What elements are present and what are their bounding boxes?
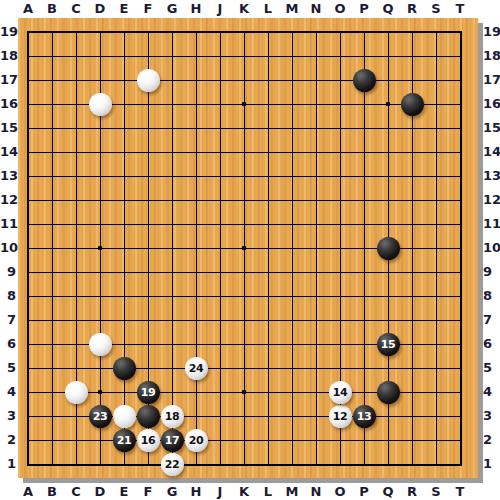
intersection-P17[interactable] [352, 68, 376, 92]
row-label-right-5: 5 [483, 356, 500, 380]
move-number-18: 18 [165, 410, 179, 421]
stone-white-O4[interactable]: 14 [329, 381, 352, 404]
col-label-bottom-S: S [424, 483, 448, 500]
move-number-22: 22 [165, 458, 179, 469]
move-number-24: 24 [189, 362, 203, 373]
stone-black-Q6[interactable]: 15 [377, 333, 400, 356]
row-label-right-1: 1 [483, 452, 500, 476]
col-label-top-G: G [160, 0, 184, 17]
stone-white-H2[interactable]: 20 [185, 429, 208, 452]
row-label-left-11: 11 [0, 212, 16, 236]
move-number-17: 17 [165, 434, 179, 445]
stone-white-D16[interactable] [89, 93, 112, 116]
row-label-right-8: 8 [483, 284, 500, 308]
go-diagram-screen: ABCDEFGHJKLMNOPQRST ABCDEFGHJKLMNOPQRST … [0, 0, 500, 500]
col-label-bottom-R: R [400, 483, 424, 500]
move-number-14: 14 [333, 386, 347, 397]
intersection-P3[interactable]: 13 [352, 404, 376, 428]
col-label-top-L: L [256, 0, 280, 17]
stone-black-F3[interactable] [137, 405, 160, 428]
col-label-top-F: F [136, 0, 160, 17]
intersection-Q10[interactable] [376, 236, 400, 260]
col-label-top-N: N [304, 0, 328, 17]
move-number-20: 20 [189, 434, 203, 445]
star-point-dot [242, 102, 246, 106]
row-label-left-3: 3 [0, 404, 16, 428]
stone-black-P3[interactable]: 13 [353, 405, 376, 428]
row-label-right-13: 13 [483, 164, 500, 188]
col-label-bottom-B: B [40, 483, 64, 500]
intersection-G3[interactable]: 18 [160, 404, 184, 428]
row-label-left-1: 1 [0, 452, 16, 476]
col-label-top-P: P [352, 0, 376, 17]
stone-black-Q10[interactable] [377, 237, 400, 260]
intersection-D6[interactable] [88, 332, 112, 356]
col-label-top-O: O [328, 0, 352, 17]
row-label-left-12: 12 [0, 188, 16, 212]
row-label-right-10: 10 [483, 236, 500, 260]
row-label-left-4: 4 [0, 380, 16, 404]
intersection-R16[interactable] [400, 92, 424, 116]
row-label-right-7: 7 [483, 308, 500, 332]
star-point-K10 [232, 236, 256, 260]
intersection-D3[interactable]: 23 [88, 404, 112, 428]
col-label-top-K: K [232, 0, 256, 17]
row-label-right-14: 14 [483, 140, 500, 164]
row-label-left-10: 10 [0, 236, 16, 260]
move-number-12: 12 [333, 410, 347, 421]
col-label-top-C: C [64, 0, 88, 17]
coordinate-labels-right: 19181716151413121110987654321 [483, 20, 500, 476]
board-grid[interactable]: 12131415161718192021222324 [16, 20, 472, 476]
row-label-left-8: 8 [0, 284, 16, 308]
row-label-left-5: 5 [0, 356, 16, 380]
intersection-Q6[interactable]: 15 [376, 332, 400, 356]
intersection-F17[interactable] [136, 68, 160, 92]
star-point-dot [98, 390, 102, 394]
col-label-bottom-J: J [208, 483, 232, 500]
move-number-13: 13 [357, 410, 371, 421]
intersection-E5[interactable] [112, 356, 136, 380]
star-point-Q16 [376, 92, 400, 116]
col-label-bottom-G: G [160, 483, 184, 500]
col-label-bottom-F: F [136, 483, 160, 500]
row-label-left-9: 9 [0, 260, 16, 284]
intersection-F2[interactable]: 16 [136, 428, 160, 452]
col-label-top-A: A [16, 0, 40, 17]
stone-white-H5[interactable]: 24 [185, 357, 208, 380]
row-label-left-19: 19 [0, 20, 16, 44]
col-label-bottom-Q: Q [376, 483, 400, 500]
intersection-G2[interactable]: 17 [160, 428, 184, 452]
coordinate-labels-left: 19181716151413121110987654321 [0, 20, 16, 476]
star-point-dot [242, 390, 246, 394]
go-board[interactable]: 12131415161718192021222324 [18, 18, 478, 478]
stone-black-E2[interactable]: 21 [113, 429, 136, 452]
row-label-right-17: 17 [483, 68, 500, 92]
col-label-top-Q: Q [376, 0, 400, 17]
col-label-bottom-L: L [256, 483, 280, 500]
row-label-right-6: 6 [483, 332, 500, 356]
col-label-bottom-P: P [352, 483, 376, 500]
row-label-right-2: 2 [483, 428, 500, 452]
coordinate-labels-bottom: ABCDEFGHJKLMNOPQRST [16, 483, 472, 500]
intersection-F4[interactable]: 19 [136, 380, 160, 404]
col-label-top-B: B [40, 0, 64, 17]
star-point-K4 [232, 380, 256, 404]
row-label-right-3: 3 [483, 404, 500, 428]
col-label-bottom-D: D [88, 483, 112, 500]
intersection-E3[interactable] [112, 404, 136, 428]
stone-white-F2[interactable]: 16 [137, 429, 160, 452]
stone-white-D6[interactable] [89, 333, 112, 356]
intersection-H5[interactable]: 24 [184, 356, 208, 380]
intersection-D16[interactable] [88, 92, 112, 116]
row-label-right-19: 19 [483, 20, 500, 44]
row-label-left-13: 13 [0, 164, 16, 188]
stone-black-P17[interactable] [353, 69, 376, 92]
col-label-top-R: R [400, 0, 424, 17]
col-label-top-J: J [208, 0, 232, 17]
stone-black-D3[interactable]: 23 [89, 405, 112, 428]
col-label-bottom-E: E [112, 483, 136, 500]
star-point-dot [386, 102, 390, 106]
row-label-left-16: 16 [0, 92, 16, 116]
intersection-E2[interactable]: 21 [112, 428, 136, 452]
row-label-left-18: 18 [0, 44, 16, 68]
row-label-right-12: 12 [483, 188, 500, 212]
row-label-left-7: 7 [0, 308, 16, 332]
star-point-K16 [232, 92, 256, 116]
intersection-H2[interactable]: 20 [184, 428, 208, 452]
col-label-bottom-A: A [16, 483, 40, 500]
col-label-bottom-C: C [64, 483, 88, 500]
col-label-bottom-N: N [304, 483, 328, 500]
stone-black-G2[interactable]: 17 [161, 429, 184, 452]
coordinate-labels-top: ABCDEFGHJKLMNOPQRST [16, 0, 472, 17]
row-label-left-17: 17 [0, 68, 16, 92]
stone-white-C4[interactable] [65, 381, 88, 404]
move-number-19: 19 [141, 386, 155, 397]
row-label-right-11: 11 [483, 212, 500, 236]
intersection-C4[interactable] [64, 380, 88, 404]
intersection-G1[interactable]: 22 [160, 452, 184, 476]
row-label-left-6: 6 [0, 332, 16, 356]
row-label-right-9: 9 [483, 260, 500, 284]
move-number-15: 15 [381, 338, 395, 349]
intersection-F3[interactable] [136, 404, 160, 428]
col-label-bottom-O: O [328, 483, 352, 500]
row-label-right-4: 4 [483, 380, 500, 404]
row-label-right-18: 18 [483, 44, 500, 68]
move-number-23: 23 [93, 410, 107, 421]
stone-black-R16[interactable] [401, 93, 424, 116]
stone-black-Q4[interactable] [377, 381, 400, 404]
star-point-dot [242, 246, 246, 250]
col-label-top-H: H [184, 0, 208, 17]
col-label-top-M: M [280, 0, 304, 17]
stone-white-O3[interactable]: 12 [329, 405, 352, 428]
col-label-bottom-H: H [184, 483, 208, 500]
row-label-right-15: 15 [483, 116, 500, 140]
star-point-dot [98, 246, 102, 250]
stone-white-E3[interactable] [113, 405, 136, 428]
col-label-top-D: D [88, 0, 112, 17]
intersection-O3[interactable]: 12 [328, 404, 352, 428]
row-label-right-16: 16 [483, 92, 500, 116]
col-label-bottom-T: T [448, 483, 472, 500]
stone-white-G1[interactable]: 22 [161, 453, 184, 476]
star-point-D10 [88, 236, 112, 260]
star-point-D4 [88, 380, 112, 404]
move-number-21: 21 [117, 434, 131, 445]
col-label-top-S: S [424, 0, 448, 17]
col-label-bottom-M: M [280, 483, 304, 500]
stone-black-E5[interactable] [113, 357, 136, 380]
intersection-O4[interactable]: 14 [328, 380, 352, 404]
col-label-top-E: E [112, 0, 136, 17]
col-label-bottom-K: K [232, 483, 256, 500]
row-label-left-14: 14 [0, 140, 16, 164]
intersection-Q4[interactable] [376, 380, 400, 404]
col-label-top-T: T [448, 0, 472, 17]
stone-white-G3[interactable]: 18 [161, 405, 184, 428]
row-label-left-15: 15 [0, 116, 16, 140]
row-label-left-2: 2 [0, 428, 16, 452]
stone-white-F17[interactable] [137, 69, 160, 92]
move-number-16: 16 [141, 434, 155, 445]
stone-black-F4[interactable]: 19 [137, 381, 160, 404]
